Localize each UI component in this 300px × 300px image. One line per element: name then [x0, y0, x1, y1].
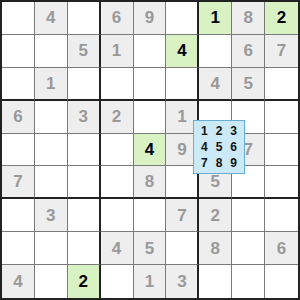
cell-r3c7[interactable]: 4 — [199, 68, 232, 101]
cell-r2c5[interactable] — [134, 35, 167, 68]
cell-r3c5[interactable] — [134, 68, 167, 101]
cell-r1c5[interactable]: 9 — [134, 2, 167, 35]
cell-r1c4[interactable]: 6 — [101, 2, 134, 35]
cell-r3c4[interactable] — [101, 68, 134, 101]
popup-digit-1[interactable]: 1 — [197, 123, 212, 139]
cell-r2c8[interactable]: 6 — [232, 35, 265, 68]
cell-r3c3[interactable] — [68, 68, 101, 101]
cell-r5c2[interactable] — [35, 134, 68, 167]
cell-r1c3[interactable] — [68, 2, 101, 35]
cell-r7c1[interactable] — [2, 199, 35, 232]
popup-digit-5[interactable]: 5 — [212, 139, 227, 155]
cell-r9c1[interactable]: 4 — [2, 265, 35, 298]
cell-r7c9[interactable] — [265, 199, 298, 232]
cell-r5c1[interactable] — [2, 134, 35, 167]
cell-r7c7[interactable]: 2 — [199, 199, 232, 232]
cell-r2c6[interactable]: 4 — [166, 35, 199, 68]
popup-digit-7[interactable]: 7 — [197, 155, 212, 171]
cell-r6c3[interactable] — [68, 166, 101, 199]
cell-r8c2[interactable] — [35, 232, 68, 265]
sudoku-app: 46918251467145632149778537245864213 1234… — [0, 0, 300, 300]
popup-digit-9[interactable]: 9 — [226, 155, 241, 171]
cell-r9c9[interactable] — [265, 265, 298, 298]
cell-r5c4[interactable] — [101, 134, 134, 167]
cell-r3c1[interactable] — [2, 68, 35, 101]
cell-r1c9[interactable]: 2 — [265, 2, 298, 35]
cell-r3c2[interactable]: 1 — [35, 68, 68, 101]
cell-r7c2[interactable]: 3 — [35, 199, 68, 232]
cell-r5c5[interactable]: 4 — [134, 134, 167, 167]
cell-r4c9[interactable] — [265, 101, 298, 134]
cell-r9c7[interactable] — [199, 265, 232, 298]
cell-r7c5[interactable] — [134, 199, 167, 232]
sudoku-board: 46918251467145632149778537245864213 — [0, 0, 300, 300]
cell-r1c7[interactable]: 1 — [199, 2, 232, 35]
cell-r8c8[interactable] — [232, 232, 265, 265]
cell-r9c5[interactable]: 1 — [134, 265, 167, 298]
cell-r8c9[interactable]: 6 — [265, 232, 298, 265]
cell-r8c6[interactable] — [166, 232, 199, 265]
popup-digit-6[interactable]: 6 — [226, 139, 241, 155]
cell-r3c9[interactable] — [265, 68, 298, 101]
cell-r4c3[interactable]: 3 — [68, 101, 101, 134]
cell-r4c4[interactable]: 2 — [101, 101, 134, 134]
cell-r6c2[interactable] — [35, 166, 68, 199]
cell-r4c1[interactable]: 6 — [2, 101, 35, 134]
cell-r1c2[interactable]: 4 — [35, 2, 68, 35]
cell-r8c5[interactable]: 5 — [134, 232, 167, 265]
cell-r6c9[interactable] — [265, 166, 298, 199]
cell-r3c6[interactable] — [166, 68, 199, 101]
cell-r6c5[interactable]: 8 — [134, 166, 167, 199]
cell-r2c1[interactable] — [2, 35, 35, 68]
cell-r4c5[interactable] — [134, 101, 167, 134]
cell-r7c6[interactable]: 7 — [166, 199, 199, 232]
popup-digit-8[interactable]: 8 — [212, 155, 227, 171]
cell-r8c1[interactable] — [2, 232, 35, 265]
cell-r8c3[interactable] — [68, 232, 101, 265]
cell-r7c4[interactable] — [101, 199, 134, 232]
cell-r9c4[interactable] — [101, 265, 134, 298]
cell-r9c8[interactable] — [232, 265, 265, 298]
cell-r9c2[interactable] — [35, 265, 68, 298]
cell-r2c3[interactable]: 5 — [68, 35, 101, 68]
cell-r8c4[interactable]: 4 — [101, 232, 134, 265]
cell-r2c2[interactable] — [35, 35, 68, 68]
cell-r1c6[interactable] — [166, 2, 199, 35]
cell-r1c1[interactable] — [2, 2, 35, 35]
number-picker-popup: 123456789 — [193, 120, 245, 174]
popup-digit-4[interactable]: 4 — [197, 139, 212, 155]
cell-r7c8[interactable] — [232, 199, 265, 232]
cell-r2c7[interactable] — [199, 35, 232, 68]
cell-r6c1[interactable]: 7 — [2, 166, 35, 199]
cell-r8c7[interactable]: 8 — [199, 232, 232, 265]
cell-r9c6[interactable]: 3 — [166, 265, 199, 298]
cell-r5c3[interactable] — [68, 134, 101, 167]
cell-r9c3[interactable]: 2 — [68, 265, 101, 298]
cell-r3c8[interactable]: 5 — [232, 68, 265, 101]
cell-r2c4[interactable]: 1 — [101, 35, 134, 68]
cell-r2c9[interactable]: 7 — [265, 35, 298, 68]
cell-r6c4[interactable] — [101, 166, 134, 199]
cell-r4c2[interactable] — [35, 101, 68, 134]
popup-digit-2[interactable]: 2 — [212, 123, 227, 139]
cell-r7c3[interactable] — [68, 199, 101, 232]
cell-r1c8[interactable]: 8 — [232, 2, 265, 35]
cell-r5c9[interactable] — [265, 134, 298, 167]
popup-digit-3[interactable]: 3 — [226, 123, 241, 139]
